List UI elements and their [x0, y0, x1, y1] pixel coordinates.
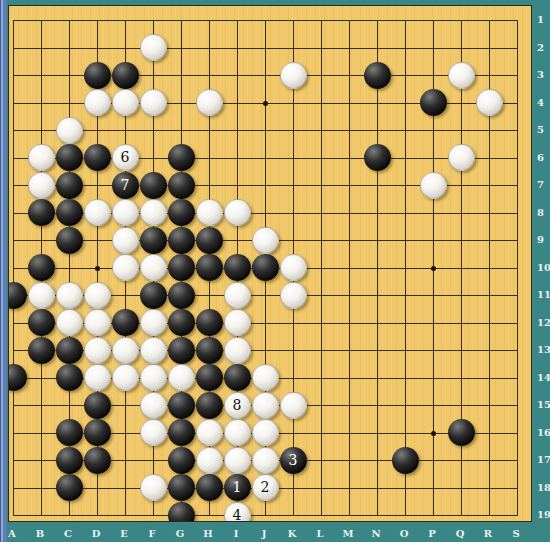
stone-white-I13[interactable]	[224, 337, 251, 364]
stone-black-B12[interactable]	[28, 309, 55, 336]
stone-black-D17[interactable]	[84, 447, 111, 474]
stone-white-F10[interactable]	[140, 254, 167, 281]
stone-white-G14[interactable]	[168, 364, 195, 391]
stone-black-C6[interactable]	[56, 144, 83, 171]
stone-white-J16[interactable]	[252, 419, 279, 446]
stone-white-E10[interactable]	[112, 254, 139, 281]
stone-black-C18[interactable]	[56, 474, 83, 501]
stone-white-H17[interactable]	[196, 447, 223, 474]
stone-black-G13[interactable]	[168, 337, 195, 364]
stone-white-move-8-I15[interactable]: 8	[224, 392, 251, 419]
stone-white-F8[interactable]	[140, 199, 167, 226]
col-label-F: F	[148, 528, 155, 539]
stone-black-H14[interactable]	[196, 364, 223, 391]
stone-black-I14[interactable]	[224, 364, 251, 391]
row-label-15: 15	[537, 399, 550, 410]
grid-line-vertical	[321, 20, 322, 516]
stone-white-B11[interactable]	[28, 282, 55, 309]
stone-black-F9[interactable]	[140, 227, 167, 254]
stone-white-D4[interactable]	[84, 89, 111, 116]
stone-black-P4[interactable]	[420, 89, 447, 116]
stone-white-F14[interactable]	[140, 364, 167, 391]
stone-black-D15[interactable]	[84, 392, 111, 419]
row-label-12: 12	[537, 316, 550, 327]
stone-white-I12[interactable]	[224, 309, 251, 336]
stone-white-H16[interactable]	[196, 419, 223, 446]
stone-black-B8[interactable]	[28, 199, 55, 226]
stone-black-G8[interactable]	[168, 199, 195, 226]
stone-white-D13[interactable]	[84, 337, 111, 364]
stone-black-C16[interactable]	[56, 419, 83, 446]
stone-black-C13[interactable]	[56, 337, 83, 364]
stone-white-J17[interactable]	[252, 447, 279, 474]
stone-black-D3[interactable]	[84, 62, 111, 89]
stone-black-G15[interactable]	[168, 392, 195, 419]
stone-white-H8[interactable]	[196, 199, 223, 226]
col-label-B: B	[36, 528, 44, 539]
col-label-J: J	[262, 528, 267, 539]
stone-black-H13[interactable]	[196, 337, 223, 364]
star-point	[95, 266, 100, 271]
col-label-I: I	[234, 528, 239, 539]
stone-white-move-2-J18[interactable]: 2	[252, 474, 279, 501]
row-label-13: 13	[537, 344, 550, 355]
stone-white-K11[interactable]	[280, 282, 307, 309]
stone-white-C12[interactable]	[56, 309, 83, 336]
col-label-D: D	[92, 528, 101, 539]
row-label-11: 11	[537, 289, 550, 300]
grid-line-vertical	[349, 20, 350, 516]
stone-black-E12[interactable]	[112, 309, 139, 336]
stone-white-I8[interactable]	[224, 199, 251, 226]
col-label-C: C	[64, 528, 72, 539]
row-label-14: 14	[537, 371, 550, 382]
stone-black-G11[interactable]	[168, 282, 195, 309]
row-label-9: 9	[537, 234, 544, 245]
stone-white-E4[interactable]	[112, 89, 139, 116]
row-label-5: 5	[537, 124, 544, 135]
star-point	[431, 266, 436, 271]
stone-white-J14[interactable]	[252, 364, 279, 391]
grid-line-vertical	[517, 20, 518, 516]
stone-black-D6[interactable]	[84, 144, 111, 171]
stone-white-D12[interactable]	[84, 309, 111, 336]
stone-black-H15[interactable]	[196, 392, 223, 419]
col-label-N: N	[371, 528, 380, 539]
stone-white-F4[interactable]	[140, 89, 167, 116]
stone-black-G16[interactable]	[168, 419, 195, 446]
stone-white-B7[interactable]	[28, 172, 55, 199]
row-label-7: 7	[537, 179, 544, 190]
stone-white-J9[interactable]	[252, 227, 279, 254]
stone-black-J10[interactable]	[252, 254, 279, 281]
col-label-S: S	[512, 528, 519, 539]
stone-white-J15[interactable]	[252, 392, 279, 419]
stone-black-C14[interactable]	[56, 364, 83, 391]
col-label-R: R	[484, 528, 492, 539]
stone-black-H10[interactable]	[196, 254, 223, 281]
row-label-16: 16	[537, 426, 550, 437]
col-label-Q: Q	[456, 528, 465, 539]
stone-white-E8[interactable]	[112, 199, 139, 226]
col-label-A: A	[8, 528, 16, 539]
stone-black-G9[interactable]	[168, 227, 195, 254]
stone-black-G12[interactable]	[168, 309, 195, 336]
stone-white-Q6[interactable]	[448, 144, 475, 171]
stone-white-D11[interactable]	[84, 282, 111, 309]
stone-black-F11[interactable]	[140, 282, 167, 309]
stone-black-C7[interactable]	[56, 172, 83, 199]
stone-black-C8[interactable]	[56, 199, 83, 226]
stone-white-R4[interactable]	[476, 89, 503, 116]
stone-white-I16[interactable]	[224, 419, 251, 446]
row-label-4: 4	[537, 96, 544, 107]
stone-black-H9[interactable]	[196, 227, 223, 254]
stone-white-E14[interactable]	[112, 364, 139, 391]
stone-black-I10[interactable]	[224, 254, 251, 281]
stone-black-move-7-E7[interactable]: 7	[112, 172, 139, 199]
col-label-O: O	[400, 528, 409, 539]
stone-white-C11[interactable]	[56, 282, 83, 309]
stone-black-H18[interactable]	[196, 474, 223, 501]
col-label-M: M	[342, 528, 353, 539]
stone-black-D16[interactable]	[84, 419, 111, 446]
stone-black-C17[interactable]	[56, 447, 83, 474]
row-label-3: 3	[537, 69, 544, 80]
col-label-K: K	[288, 528, 297, 539]
stone-white-F16[interactable]	[140, 419, 167, 446]
col-label-G: G	[176, 528, 185, 539]
stone-black-N3[interactable]	[364, 62, 391, 89]
go-app-window: 6783124 ABCDEFGHIJKLMNOPQRS1234567891011…	[0, 0, 550, 542]
stone-black-E3[interactable]	[112, 62, 139, 89]
stone-white-K3[interactable]	[280, 62, 307, 89]
stone-black-H12[interactable]	[196, 309, 223, 336]
row-label-2: 2	[537, 41, 544, 52]
stone-white-F18[interactable]	[140, 474, 167, 501]
stone-black-G7[interactable]	[168, 172, 195, 199]
stone-white-D8[interactable]	[84, 199, 111, 226]
stone-black-G10[interactable]	[168, 254, 195, 281]
stone-white-K15[interactable]	[280, 392, 307, 419]
stone-black-G19[interactable]	[168, 502, 195, 523]
stone-white-F12[interactable]	[140, 309, 167, 336]
stone-white-H4[interactable]	[196, 89, 223, 116]
col-label-H: H	[203, 528, 212, 539]
stone-white-I11[interactable]	[224, 282, 251, 309]
stone-white-P7[interactable]	[420, 172, 447, 199]
stone-white-E9[interactable]	[112, 227, 139, 254]
star-point	[431, 431, 436, 436]
stone-white-I17[interactable]	[224, 447, 251, 474]
stone-white-B6[interactable]	[28, 144, 55, 171]
stone-white-move-6-E6[interactable]: 6	[112, 144, 139, 171]
col-label-E: E	[120, 528, 128, 539]
stone-black-O17[interactable]	[392, 447, 419, 474]
stone-white-move-4-I19[interactable]: 4	[224, 502, 251, 523]
stone-black-G17[interactable]	[168, 447, 195, 474]
stone-black-move-3-K17[interactable]: 3	[280, 447, 307, 474]
stone-black-G6[interactable]	[168, 144, 195, 171]
row-label-10: 10	[537, 261, 550, 272]
go-board[interactable]: 6783124	[8, 5, 532, 522]
row-label-17: 17	[537, 454, 550, 465]
stone-white-D14[interactable]	[84, 364, 111, 391]
row-label-19: 19	[537, 509, 550, 520]
row-label-18: 18	[537, 481, 550, 492]
col-label-L: L	[316, 528, 323, 539]
stone-black-B13[interactable]	[28, 337, 55, 364]
grid-line-vertical	[377, 20, 378, 516]
stone-white-F13[interactable]	[140, 337, 167, 364]
stone-black-A14[interactable]	[8, 364, 27, 391]
stone-black-N6[interactable]	[364, 144, 391, 171]
stone-white-E13[interactable]	[112, 337, 139, 364]
row-label-8: 8	[537, 206, 544, 217]
stone-black-G18[interactable]	[168, 474, 195, 501]
stone-white-F2[interactable]	[140, 34, 167, 61]
col-label-P: P	[428, 528, 436, 539]
stone-black-F7[interactable]	[140, 172, 167, 199]
stone-white-C5[interactable]	[56, 117, 83, 144]
stone-black-move-1-I18[interactable]: 1	[224, 474, 251, 501]
stone-white-F15[interactable]	[140, 392, 167, 419]
star-point	[263, 101, 268, 106]
grid-line-horizontal	[13, 515, 518, 516]
stone-black-B10[interactable]	[28, 254, 55, 281]
stone-white-K10[interactable]	[280, 254, 307, 281]
row-label-6: 6	[537, 151, 544, 162]
stone-black-C9[interactable]	[56, 227, 83, 254]
window-left-edge-strip	[0, 0, 7, 542]
grid-line-vertical	[405, 20, 406, 516]
stone-white-Q3[interactable]	[448, 62, 475, 89]
stone-black-A11[interactable]	[8, 282, 27, 309]
row-label-1: 1	[537, 14, 544, 25]
stone-black-Q16[interactable]	[448, 419, 475, 446]
